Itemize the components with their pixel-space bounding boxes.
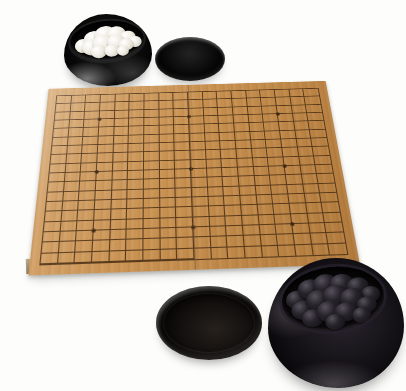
- board-intersection[interactable]: [76, 241, 94, 252]
- board-intersection[interactable]: [239, 176, 256, 186]
- board-intersection[interactable]: [223, 177, 240, 187]
- star-point: [290, 222, 295, 226]
- board-intersection[interactable]: [226, 226, 243, 237]
- board-intersection[interactable]: [222, 168, 238, 178]
- board-intersection[interactable]: [239, 186, 256, 196]
- board-intersection[interactable]: [113, 162, 129, 172]
- board-intersection[interactable]: [292, 224, 310, 235]
- board-intersection[interactable]: [80, 181, 97, 191]
- board-intersection[interactable]: [207, 168, 223, 178]
- board-intersection[interactable]: [160, 160, 176, 170]
- board-intersection[interactable]: [176, 188, 192, 198]
- board-intersection[interactable]: [259, 225, 277, 236]
- board-intersection[interactable]: [128, 161, 144, 171]
- board-intersection[interactable]: [127, 209, 144, 220]
- board-intersection[interactable]: [253, 157, 270, 167]
- board-intersection[interactable]: [177, 248, 194, 259]
- board-intersection[interactable]: [325, 222, 343, 233]
- board-intersection[interactable]: [222, 158, 238, 168]
- board-intersection[interactable]: [64, 172, 81, 182]
- board-intersection[interactable]: [144, 218, 161, 229]
- board-intersection[interactable]: [278, 245, 296, 256]
- board-intersection[interactable]: [191, 168, 207, 178]
- board-intersection[interactable]: [329, 243, 348, 254]
- board-intersection[interactable]: [316, 165, 333, 175]
- board-intersection[interactable]: [238, 167, 255, 177]
- board-intersection[interactable]: [207, 177, 223, 187]
- board-intersection[interactable]: [194, 248, 211, 259]
- board-intersection[interactable]: [261, 246, 279, 257]
- board-intersection[interactable]: [253, 167, 270, 177]
- board-intersection[interactable]: [78, 200, 95, 210]
- board-intersection[interactable]: [193, 217, 210, 228]
- board-intersection[interactable]: [160, 169, 176, 179]
- board-intersection[interactable]: [309, 223, 327, 234]
- board-intersection[interactable]: [224, 196, 241, 206]
- board-intersection[interactable]: [211, 247, 229, 258]
- board-intersection[interactable]: [59, 231, 77, 242]
- board-intersection[interactable]: [43, 232, 61, 243]
- board-intersection[interactable]: [126, 239, 143, 250]
- board-intersection[interactable]: [327, 233, 345, 244]
- board-intersection[interactable]: [210, 237, 227, 248]
- board-intersection[interactable]: [144, 198, 160, 208]
- board-intersection[interactable]: [274, 204, 291, 214]
- board-intersection[interactable]: [112, 171, 128, 181]
- board-intersection[interactable]: [93, 241, 110, 252]
- board-intersection[interactable]: [225, 206, 242, 216]
- board-intersection[interactable]: [144, 208, 160, 219]
- board-intersection[interactable]: [80, 172, 96, 182]
- board-intersection[interactable]: [290, 204, 308, 214]
- board-intersection[interactable]: [45, 211, 62, 222]
- board-intersection[interactable]: [302, 174, 319, 184]
- board-intersection[interactable]: [111, 209, 128, 220]
- goban: [28, 81, 360, 276]
- board-intersection[interactable]: [270, 175, 287, 185]
- board-intersection[interactable]: [95, 200, 112, 210]
- board-intersection[interactable]: [49, 173, 66, 183]
- board-intersection[interactable]: [192, 207, 209, 218]
- board-intersection[interactable]: [78, 210, 95, 221]
- board-intersection[interactable]: [206, 159, 222, 169]
- board-intersection[interactable]: [46, 201, 63, 211]
- board-intersection[interactable]: [110, 219, 127, 230]
- board-intersection[interactable]: [176, 197, 192, 207]
- board-intersection[interactable]: [95, 190, 112, 200]
- board-intersection[interactable]: [75, 252, 93, 263]
- black-stones-bowl: [268, 258, 404, 388]
- board-intersection[interactable]: [307, 213, 325, 224]
- board-intersection[interactable]: [160, 218, 177, 229]
- board-intersection[interactable]: [244, 236, 262, 247]
- board-intersection[interactable]: [192, 187, 208, 197]
- board-intersection[interactable]: [143, 239, 160, 250]
- white-bowl-lid: [155, 37, 225, 81]
- board-intersection[interactable]: [310, 233, 328, 244]
- board-intersection[interactable]: [160, 188, 176, 198]
- board-intersection[interactable]: [288, 194, 305, 204]
- board-intersection[interactable]: [92, 251, 110, 262]
- board-intersection[interactable]: [242, 215, 259, 226]
- board-intersection[interactable]: [271, 185, 288, 195]
- board-intersection[interactable]: [224, 186, 241, 196]
- board-intersection[interactable]: [177, 238, 194, 249]
- board-intersection[interactable]: [128, 180, 144, 190]
- board-intersection[interactable]: [144, 170, 160, 180]
- board-intersection[interactable]: [258, 215, 276, 226]
- board-intersection[interactable]: [254, 176, 271, 186]
- board-intersection[interactable]: [319, 183, 337, 193]
- board-intersection[interactable]: [300, 165, 317, 175]
- board-intersection[interactable]: [241, 205, 258, 215]
- board-intersection[interactable]: [79, 191, 96, 201]
- board-intersection[interactable]: [176, 207, 193, 218]
- board-intersection[interactable]: [111, 190, 127, 200]
- board-intersection[interactable]: [160, 228, 177, 239]
- board-intersection[interactable]: [160, 179, 176, 189]
- board-intersection[interactable]: [228, 247, 246, 258]
- board-intersection[interactable]: [47, 192, 64, 202]
- board-intersection[interactable]: [193, 227, 210, 238]
- board-intersection[interactable]: [96, 171, 112, 181]
- board-intersection[interactable]: [260, 235, 278, 246]
- board-intersection[interactable]: [287, 184, 304, 194]
- board-intersection[interactable]: [111, 199, 128, 209]
- board-intersection[interactable]: [257, 205, 274, 215]
- board-intersection[interactable]: [272, 194, 289, 204]
- board-intersection[interactable]: [76, 231, 93, 242]
- board-intersection[interactable]: [295, 244, 313, 255]
- white-stone: [116, 45, 129, 56]
- board-intersection[interactable]: [255, 185, 272, 195]
- board-intersection[interactable]: [324, 212, 342, 223]
- star-point: [282, 164, 286, 168]
- board-intersection[interactable]: [110, 240, 127, 251]
- board-intersection[interactable]: [227, 236, 245, 247]
- board-intersection[interactable]: [93, 230, 110, 241]
- black-bowl-lid: [156, 286, 262, 360]
- board-intersection[interactable]: [62, 201, 79, 211]
- board-intersection[interactable]: [144, 161, 160, 171]
- board-intersection[interactable]: [237, 158, 253, 168]
- board-intersection[interactable]: [160, 238, 177, 249]
- board-intersection[interactable]: [294, 234, 312, 245]
- board-intersection[interactable]: [192, 197, 209, 207]
- board-intersection[interactable]: [191, 178, 207, 188]
- board-intersection[interactable]: [143, 249, 160, 260]
- board-intersection[interactable]: [160, 208, 177, 219]
- board-intersection[interactable]: [126, 250, 143, 261]
- board-intersection[interactable]: [128, 189, 144, 199]
- board-intersection[interactable]: [226, 216, 243, 227]
- board-intersection[interactable]: [194, 237, 211, 248]
- board-intersection[interactable]: [96, 181, 112, 191]
- board-intersection[interactable]: [209, 216, 226, 227]
- board-intersection[interactable]: [317, 174, 334, 184]
- board-intersection[interactable]: [44, 221, 62, 232]
- board-intersection[interactable]: [303, 184, 320, 194]
- board-intersection[interactable]: [208, 196, 225, 206]
- board-intersection[interactable]: [60, 221, 77, 232]
- board-intersection[interactable]: [277, 234, 295, 245]
- board-intersection[interactable]: [127, 229, 144, 240]
- board-intersection[interactable]: [59, 242, 77, 253]
- board-intersection[interactable]: [320, 193, 338, 203]
- board-intersection[interactable]: [210, 226, 227, 237]
- board-intersection[interactable]: [58, 252, 76, 263]
- board-intersection[interactable]: [109, 251, 126, 262]
- board-intersection[interactable]: [312, 244, 330, 255]
- board-intersection[interactable]: [240, 195, 257, 205]
- goban-surface: [28, 81, 360, 276]
- board-intersection[interactable]: [160, 198, 176, 208]
- board-intersection[interactable]: [94, 210, 111, 221]
- board-intersection[interactable]: [64, 182, 81, 192]
- board-intersection[interactable]: [63, 191, 80, 201]
- board-intersection[interactable]: [94, 220, 111, 231]
- board-intersection[interactable]: [127, 219, 144, 230]
- board-intersection[interactable]: [48, 182, 65, 192]
- board-intersection[interactable]: [42, 242, 60, 253]
- board-intersection[interactable]: [208, 187, 225, 197]
- board-intersection[interactable]: [144, 189, 160, 199]
- board-intersection[interactable]: [209, 206, 226, 217]
- board-intersection[interactable]: [128, 170, 144, 180]
- board-intersection[interactable]: [144, 179, 160, 189]
- board-intersection[interactable]: [322, 202, 340, 212]
- board-intersection[interactable]: [304, 193, 322, 203]
- star-point: [276, 112, 280, 115]
- board-intersection[interactable]: [285, 166, 302, 176]
- board-intersection[interactable]: [143, 228, 160, 239]
- go-set-scene: [0, 0, 406, 391]
- white-stones-bowl: [64, 14, 152, 86]
- board-intersection[interactable]: [110, 230, 127, 241]
- board-intersection[interactable]: [61, 211, 78, 222]
- board-intersection[interactable]: [127, 199, 143, 209]
- board-intersection[interactable]: [256, 195, 273, 205]
- board-intersection[interactable]: [243, 225, 261, 236]
- board-intersection[interactable]: [176, 178, 192, 188]
- board-intersection[interactable]: [112, 180, 128, 190]
- board-intersection[interactable]: [306, 203, 324, 213]
- black-stone: [325, 313, 347, 331]
- board-intersection[interactable]: [245, 246, 263, 257]
- board-intersection[interactable]: [286, 175, 303, 185]
- board-intersection[interactable]: [40, 253, 58, 264]
- board-intersection[interactable]: [160, 249, 177, 260]
